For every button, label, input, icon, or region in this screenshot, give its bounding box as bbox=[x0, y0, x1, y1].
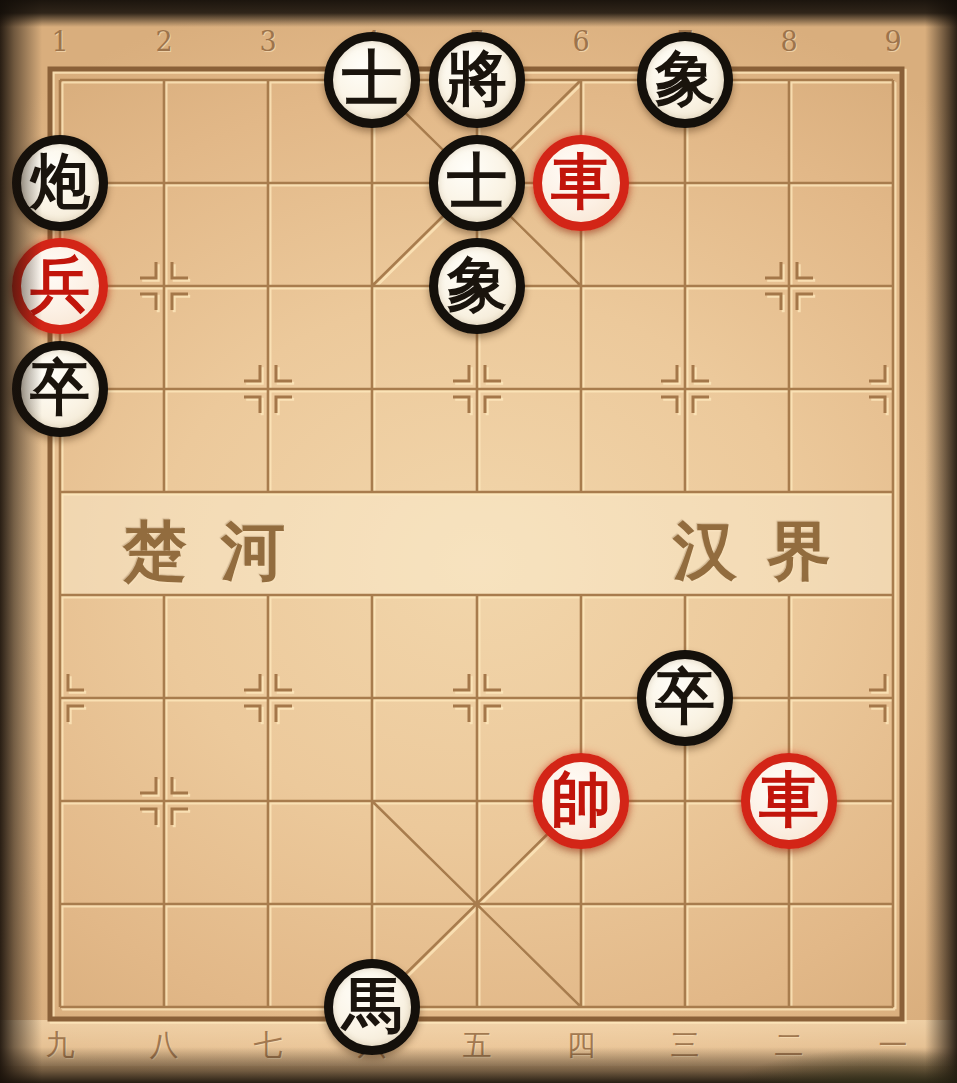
bottom-file-label-7: 三 bbox=[663, 1026, 707, 1066]
bottom-file-label-9: 一 bbox=[871, 1026, 915, 1066]
black-soldier-piece[interactable]: 卒 bbox=[12, 341, 108, 437]
bottom-file-label-5: 五 bbox=[455, 1026, 499, 1066]
piece-glyph: 象 bbox=[447, 254, 507, 314]
top-file-label-6: 6 bbox=[559, 26, 603, 57]
river-char-he: 河 bbox=[218, 508, 288, 595]
black-cannon-piece[interactable]: 炮 bbox=[12, 135, 108, 231]
piece-glyph: 象 bbox=[655, 48, 715, 108]
top-file-label-9: 9 bbox=[871, 26, 915, 57]
xiangqi-board: 123456789 九八七六五四三二一 楚 河 汉 界 士將象炮士車兵象卒卒帥車… bbox=[0, 0, 957, 1083]
piece-glyph: 卒 bbox=[655, 666, 715, 726]
top-file-label-2: 2 bbox=[142, 26, 186, 57]
piece-glyph: 車 bbox=[759, 769, 819, 829]
black-advisor-piece[interactable]: 士 bbox=[324, 32, 420, 128]
black-general-piece[interactable]: 將 bbox=[429, 32, 525, 128]
red-chariot-piece[interactable]: 車 bbox=[741, 753, 837, 849]
piece-glyph: 車 bbox=[551, 151, 611, 211]
river-char-chu: 楚 bbox=[120, 508, 190, 595]
black-soldier-piece[interactable]: 卒 bbox=[637, 650, 733, 746]
black-horse-piece[interactable]: 馬 bbox=[324, 959, 420, 1055]
top-file-label-8: 8 bbox=[767, 26, 811, 57]
red-chariot-piece[interactable]: 車 bbox=[533, 135, 629, 231]
piece-glyph: 帥 bbox=[551, 769, 611, 829]
top-file-label-1: 1 bbox=[38, 26, 82, 57]
river-char-jie: 界 bbox=[764, 508, 834, 595]
bottom-file-label-1: 九 bbox=[38, 1026, 82, 1066]
piece-glyph: 兵 bbox=[30, 254, 90, 314]
piece-glyph: 士 bbox=[342, 48, 402, 108]
piece-glyph: 馬 bbox=[342, 975, 402, 1035]
bottom-file-label-2: 八 bbox=[142, 1026, 186, 1066]
piece-glyph: 炮 bbox=[30, 151, 90, 211]
piece-glyph: 卒 bbox=[30, 357, 90, 417]
black-advisor-piece[interactable]: 士 bbox=[429, 135, 525, 231]
bottom-file-label-8: 二 bbox=[767, 1026, 811, 1066]
top-file-label-3: 3 bbox=[246, 26, 290, 57]
black-elephant-piece[interactable]: 象 bbox=[429, 238, 525, 334]
piece-glyph: 士 bbox=[447, 151, 507, 211]
red-general-piece[interactable]: 帥 bbox=[533, 753, 629, 849]
river-char-han: 汉 bbox=[670, 508, 740, 595]
bottom-file-label-3: 七 bbox=[246, 1026, 290, 1066]
red-soldier-piece[interactable]: 兵 bbox=[12, 238, 108, 334]
black-elephant-piece[interactable]: 象 bbox=[637, 32, 733, 128]
bottom-file-label-6: 四 bbox=[559, 1026, 603, 1066]
piece-glyph: 將 bbox=[447, 48, 507, 108]
